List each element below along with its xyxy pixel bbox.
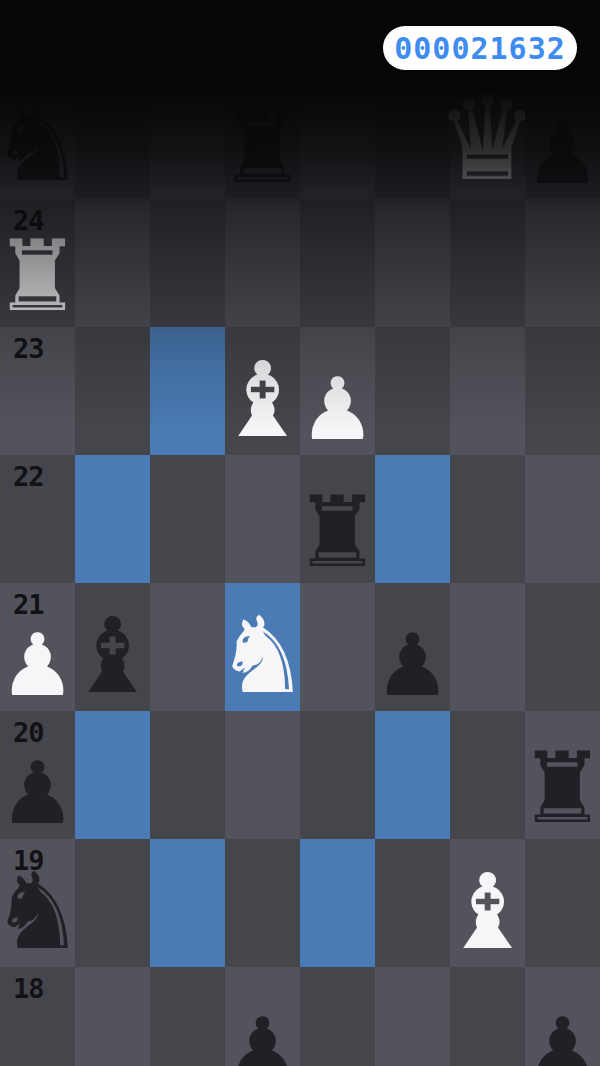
rank-label-24: 24: [13, 207, 44, 234]
square-h18[interactable]: ♟: [525, 967, 600, 1066]
square-a22[interactable]: 22: [0, 455, 75, 583]
square-f18[interactable]: [375, 967, 450, 1066]
square-b18[interactable]: [75, 967, 150, 1066]
black-pawn-h18: ♟: [525, 967, 600, 1066]
square-f24[interactable]: [375, 199, 450, 327]
black-rook-h20: ♜: [525, 711, 600, 839]
square-f19[interactable]: [375, 839, 450, 967]
square-b23[interactable]: [75, 327, 150, 455]
square-c18[interactable]: [150, 967, 225, 1066]
square-a21[interactable]: 21♟: [0, 583, 75, 711]
square-a19[interactable]: 19♞: [0, 839, 75, 967]
black-knight-a19: ♞: [0, 839, 75, 967]
square-g18[interactable]: [450, 967, 525, 1066]
square-a18[interactable]: 18: [0, 967, 75, 1066]
square-c23[interactable]: [150, 327, 225, 455]
black-pawn-f21: ♟: [375, 583, 450, 711]
black-pawn-a20: ♟: [0, 711, 75, 839]
square-e20[interactable]: [300, 711, 375, 839]
square-a20[interactable]: 20♟: [0, 711, 75, 839]
square-g24[interactable]: [450, 199, 525, 327]
black-bishop-b21: ♝: [75, 583, 150, 711]
square-b20[interactable]: [75, 711, 150, 839]
white-rook-a24: ♜: [0, 199, 75, 327]
black-rook-e22: ♜: [300, 455, 375, 583]
square-c21[interactable]: [150, 583, 225, 711]
square-h24[interactable]: [525, 199, 600, 327]
square-h21[interactable]: [525, 583, 600, 711]
black-knight-a25: ♞: [0, 71, 75, 199]
square-g22[interactable]: [450, 455, 525, 583]
rank-label-23: 23: [13, 335, 44, 362]
square-h23[interactable]: [525, 327, 600, 455]
square-d21[interactable]: ♞: [225, 583, 300, 711]
square-c25[interactable]: [150, 71, 225, 199]
square-g21[interactable]: [450, 583, 525, 711]
square-e18[interactable]: [300, 967, 375, 1066]
board: ♞♜♛♟24♜23♝♟22♜21♟♝♞♟20♟♜19♞♝18♟♟: [0, 71, 600, 1066]
square-g23[interactable]: [450, 327, 525, 455]
white-queen-g25: ♛: [450, 71, 525, 199]
square-b19[interactable]: [75, 839, 150, 967]
square-c22[interactable]: [150, 455, 225, 583]
square-d24[interactable]: [225, 199, 300, 327]
square-f21[interactable]: ♟: [375, 583, 450, 711]
square-b22[interactable]: [75, 455, 150, 583]
square-e23[interactable]: ♟: [300, 327, 375, 455]
rank-label-22: 22: [13, 463, 44, 490]
white-bishop-d23: ♝: [225, 327, 300, 455]
square-e19[interactable]: [300, 839, 375, 967]
square-c20[interactable]: [150, 711, 225, 839]
black-pawn-d18: ♟: [225, 967, 300, 1066]
square-d20[interactable]: [225, 711, 300, 839]
square-e25[interactable]: [300, 71, 375, 199]
score-display: 000021632: [383, 26, 577, 70]
rank-label-20: 20: [13, 719, 44, 746]
rank-label-21: 21: [13, 591, 44, 618]
black-rook-d25: ♜: [225, 71, 300, 199]
square-d22[interactable]: [225, 455, 300, 583]
square-f23[interactable]: [375, 327, 450, 455]
square-e22[interactable]: ♜: [300, 455, 375, 583]
score-value: 000021632: [394, 31, 566, 66]
square-f22[interactable]: [375, 455, 450, 583]
game-screen: ♞♜♛♟24♜23♝♟22♜21♟♝♞♟20♟♜19♞♝18♟♟ 0000216…: [0, 0, 600, 1066]
white-pawn-e23: ♟: [300, 327, 375, 455]
white-pawn-a21: ♟: [0, 583, 75, 711]
square-h20[interactable]: ♜: [525, 711, 600, 839]
square-h19[interactable]: [525, 839, 600, 967]
square-g25[interactable]: ♛: [450, 71, 525, 199]
square-c24[interactable]: [150, 199, 225, 327]
square-h25[interactable]: ♟: [525, 71, 600, 199]
white-bishop-g19: ♝: [450, 839, 525, 967]
square-g20[interactable]: [450, 711, 525, 839]
square-c19[interactable]: [150, 839, 225, 967]
square-f20[interactable]: [375, 711, 450, 839]
square-e24[interactable]: [300, 199, 375, 327]
square-g19[interactable]: ♝: [450, 839, 525, 967]
square-a25[interactable]: ♞: [0, 71, 75, 199]
square-h22[interactable]: [525, 455, 600, 583]
square-d23[interactable]: ♝: [225, 327, 300, 455]
square-b24[interactable]: [75, 199, 150, 327]
square-d19[interactable]: [225, 839, 300, 967]
square-b21[interactable]: ♝: [75, 583, 150, 711]
square-a23[interactable]: 23: [0, 327, 75, 455]
rank-label-19: 19: [13, 847, 44, 874]
square-a24[interactable]: 24♜: [0, 199, 75, 327]
white-knight-d21: ♞: [225, 583, 300, 711]
rank-label-18: 18: [13, 975, 44, 1002]
black-pawn-h25: ♟: [525, 71, 600, 199]
square-f25[interactable]: [375, 71, 450, 199]
square-e21[interactable]: [300, 583, 375, 711]
square-d18[interactable]: ♟: [225, 967, 300, 1066]
square-b25[interactable]: [75, 71, 150, 199]
square-d25[interactable]: ♜: [225, 71, 300, 199]
